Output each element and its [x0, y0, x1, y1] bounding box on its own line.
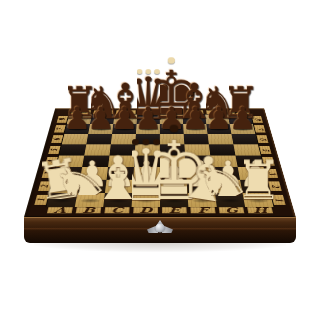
square-e5[interactable] — [160, 144, 185, 155]
piece-shadow — [139, 118, 157, 121]
board-surface: ABCDEFGH ABCDEFGH 87654321 87654321 — [24, 108, 296, 217]
piece-shadow — [208, 118, 226, 121]
piece-shadow — [68, 128, 87, 131]
coordinate-label-D: D — [133, 207, 158, 213]
coordinate-label-3: 3 — [265, 169, 278, 178]
piece-shadow — [185, 118, 203, 121]
piece-shadow — [191, 199, 213, 203]
square-a4[interactable] — [56, 156, 84, 168]
square-c5[interactable] — [109, 144, 135, 155]
chess-board: ABCDEFGH ABCDEFGH 87654321 87654321 ♜♞♝♛… — [24, 108, 296, 217]
square-d3[interactable] — [133, 167, 160, 179]
piece-shadow — [247, 199, 269, 203]
square-g3[interactable] — [212, 167, 240, 179]
coordinate-label-E: E — [162, 207, 187, 213]
piece-shadow — [163, 185, 184, 189]
piece-shadow — [109, 185, 130, 189]
square-d6[interactable] — [135, 134, 160, 145]
piece-shadow — [54, 185, 75, 189]
piece-shadow — [210, 128, 228, 131]
square-g4[interactable] — [210, 156, 237, 168]
square-e6[interactable] — [160, 134, 185, 145]
piece-shadow — [93, 118, 111, 121]
square-f3[interactable] — [186, 167, 213, 179]
piece-shadow — [139, 128, 157, 131]
file-labels-front: ABCDEFGH — [45, 207, 275, 214]
square-c3[interactable] — [107, 167, 134, 179]
coordinate-label-6: 6 — [257, 135, 269, 143]
square-g6[interactable] — [208, 134, 234, 145]
square-e3[interactable] — [160, 167, 187, 179]
piece-shadow — [217, 185, 238, 189]
metal-clasp — [147, 220, 173, 237]
square-a6[interactable] — [62, 134, 88, 145]
coordinate-label-2: 2 — [268, 181, 282, 191]
square-c6[interactable] — [111, 134, 136, 145]
piece-shadow — [244, 185, 265, 189]
coordinate-label-H: H — [247, 207, 273, 213]
square-a5[interactable] — [59, 144, 86, 155]
piece-shadow — [163, 128, 181, 131]
piece-shadow — [51, 199, 73, 203]
piece-shadow — [163, 118, 181, 121]
square-h6[interactable] — [231, 134, 257, 145]
piece-shadow — [163, 199, 184, 203]
piece-shadow — [233, 128, 252, 131]
square-a3[interactable] — [53, 167, 82, 179]
square-h5[interactable] — [233, 144, 260, 155]
coordinate-label-A: A — [47, 207, 73, 213]
square-h4[interactable] — [235, 156, 263, 168]
piece-shadow — [231, 118, 249, 121]
square-b4[interactable] — [82, 156, 109, 168]
square-c4[interactable] — [108, 156, 135, 168]
square-h3[interactable] — [238, 167, 267, 179]
piece-shadow — [190, 185, 211, 189]
piece-shadow — [116, 118, 134, 121]
square-b6[interactable] — [86, 134, 112, 145]
square-d4[interactable] — [134, 156, 160, 168]
piece-shadow — [107, 199, 129, 203]
piece-shadow — [79, 199, 101, 203]
piece-shadow — [136, 185, 157, 189]
box-front-panel — [24, 217, 296, 243]
coordinate-label-C: C — [104, 207, 129, 213]
piece-shadow — [70, 118, 88, 121]
coordinate-label-F: F — [190, 207, 215, 213]
piece-shadow — [92, 128, 110, 131]
scene: ABCDEFGH ABCDEFGH 87654321 87654321 ♜♞♝♛… — [0, 0, 320, 320]
coordinate-label-1: 1 — [271, 195, 285, 205]
product-photo: ABCDEFGH ABCDEFGH 87654321 87654321 ♜♞♝♛… — [0, 0, 320, 320]
piece-shadow — [219, 199, 241, 203]
square-f4[interactable] — [185, 156, 212, 168]
light-finial — [168, 57, 175, 64]
coordinate-label-5: 5 — [259, 146, 271, 154]
square-e4[interactable] — [160, 156, 186, 168]
piece-shadow — [135, 199, 156, 203]
piece-shadow — [115, 128, 133, 131]
coordinate-label-8: 8 — [252, 116, 263, 123]
square-b3[interactable] — [80, 167, 108, 179]
square-f5[interactable] — [184, 144, 210, 155]
coordinate-label-B: B — [76, 207, 102, 213]
coordinate-label-G: G — [219, 207, 245, 213]
piece-shadow — [186, 128, 204, 131]
square-d5[interactable] — [135, 144, 160, 155]
coordinate-label-4: 4 — [262, 157, 275, 165]
square-g5[interactable] — [209, 144, 236, 155]
clasp-knob — [156, 224, 165, 233]
piece-shadow — [81, 185, 102, 189]
coordinate-label-7: 7 — [254, 125, 266, 132]
square-f6[interactable] — [184, 134, 209, 145]
square-b5[interactable] — [84, 144, 111, 155]
